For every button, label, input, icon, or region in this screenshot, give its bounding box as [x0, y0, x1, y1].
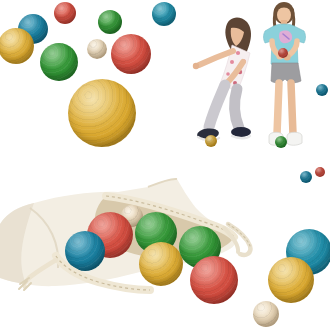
girl-right-right-arm	[289, 41, 297, 55]
girl-left-shoe-back	[231, 127, 251, 137]
bag-front-rim-stitch	[56, 256, 150, 290]
ball-green-top	[98, 10, 122, 34]
girl-right-right-leg	[291, 83, 293, 134]
ball-green-in-bag	[135, 212, 177, 254]
girl-left-front-leg-legging	[209, 85, 225, 127]
girl-left-bent-arm	[226, 62, 243, 84]
girl-left-face	[231, 28, 244, 46]
girl-right-hair-back	[274, 2, 295, 24]
ball-yellow-front-of-bag	[139, 242, 183, 286]
girl-left-hand	[193, 63, 199, 69]
ball-teal-bottom-right	[286, 229, 330, 275]
ball-blue-in-bag	[65, 231, 105, 271]
girl-right-unicorn-print	[279, 31, 292, 44]
bag-interior	[94, 198, 232, 258]
girl-right-aqua-shirt	[264, 24, 306, 67]
girl-right-shoe-left	[269, 132, 283, 145]
girl-left-extended-arm	[199, 51, 233, 65]
bag-shading	[0, 203, 34, 284]
girl-left-shirt-floral-spots	[226, 51, 246, 85]
girl-right-hand-right	[283, 53, 290, 60]
ball-yellow-top-left	[0, 28, 34, 64]
girl-left-hair	[225, 17, 251, 62]
ball-natural-jack-top	[87, 39, 107, 59]
bag-fold-line	[30, 208, 58, 268]
ball-blue-top-left	[18, 14, 48, 44]
bag-flap-edge	[148, 179, 177, 187]
girl-right-hair-strands	[274, 10, 293, 28]
background-art	[0, 0, 330, 330]
girl-left-bending	[193, 17, 251, 140]
ball-natural-jack-bottom	[253, 301, 279, 327]
bag-front-rim	[56, 256, 150, 290]
girl-left-back-leg-legging	[235, 89, 239, 128]
ball-green-at-feet	[275, 136, 287, 148]
ball-red-in-bag	[87, 212, 133, 258]
ball-yellow-bottom-right	[268, 257, 314, 303]
drawstring-cords-right	[224, 224, 250, 255]
ball-natural-in-bag	[121, 205, 143, 227]
girl-right-shoe-right	[287, 132, 302, 145]
balls-layer	[0, 0, 330, 330]
ball-blue-far	[300, 171, 312, 183]
ball-yellow-at-feet	[205, 135, 217, 147]
girl-right-gray-shorts	[271, 63, 301, 83]
ball-yellow-big	[68, 79, 136, 147]
ball-red-spilled	[190, 256, 238, 304]
ball-red-top	[54, 2, 76, 24]
ball-green-spilled	[179, 226, 221, 268]
bag-foreground-details	[0, 0, 330, 330]
ball-green-mid	[40, 43, 78, 81]
girl-right-neck	[281, 20, 287, 26]
ball-teal-top-right	[152, 2, 176, 26]
ball-red-held-by-girl	[278, 48, 288, 58]
girl-right-left-leg	[277, 83, 279, 134]
bag-body	[0, 179, 236, 286]
girl-right-hair-top	[275, 5, 293, 12]
girl-right-left-arm	[272, 41, 279, 55]
bag-rim-stitch	[106, 196, 234, 237]
product-photo-wooden-boules-set	[0, 0, 330, 330]
girl-right-standing	[264, 2, 306, 145]
girl-left-torso-floral-shirt	[220, 45, 250, 91]
cotton-drawstring-bag	[0, 179, 236, 286]
ball-red-far	[315, 167, 325, 177]
girl-right-face	[277, 7, 291, 23]
bag-opening-rim	[106, 196, 234, 237]
girl-left-shoe-front	[196, 127, 219, 140]
girl-left-shoe-soles	[198, 136, 250, 140]
girl-right-hand-left	[276, 52, 283, 59]
drawstring-tassel-left	[19, 260, 56, 290]
ball-blue-right-edge	[316, 84, 328, 96]
ball-red-mid	[111, 34, 151, 74]
girl-right-unicorn-print-detail	[283, 34, 289, 39]
